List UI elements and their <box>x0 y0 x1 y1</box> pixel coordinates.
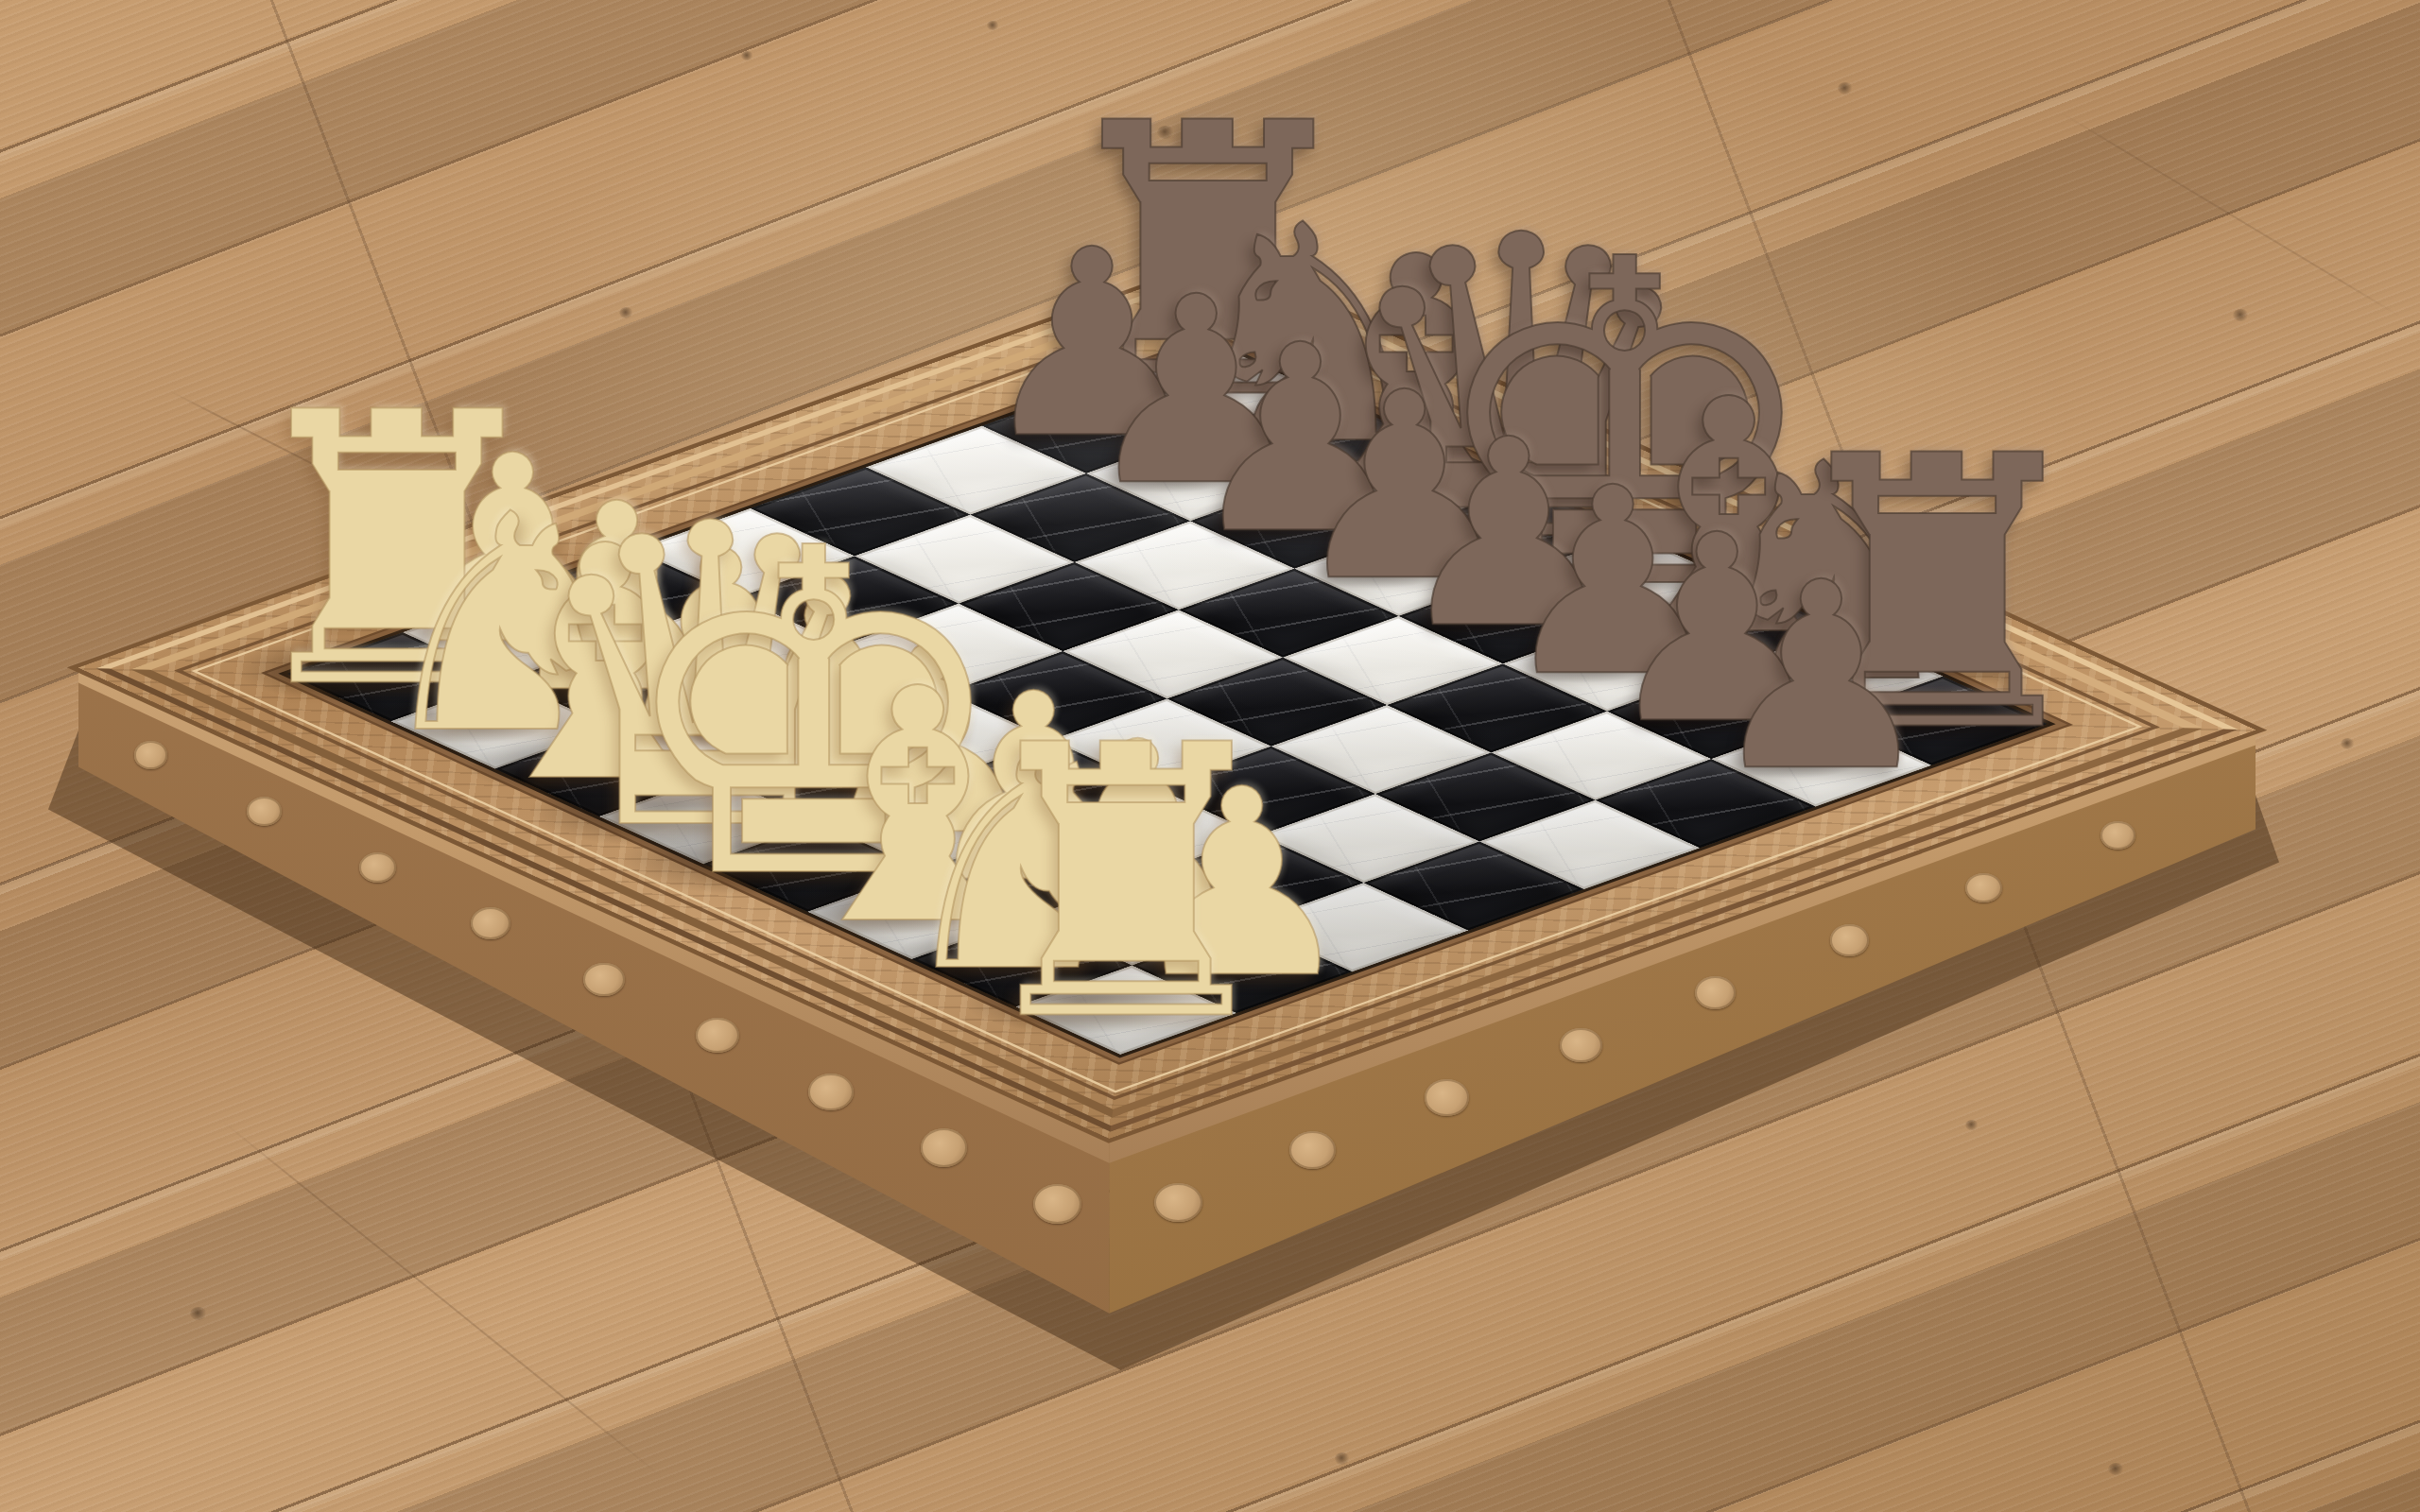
floor-knot <box>2341 738 2355 749</box>
dowel-inlay <box>1289 1131 1336 1169</box>
dowel-inlay <box>247 797 282 826</box>
floor-knot <box>1335 1452 1350 1465</box>
floor-knot <box>619 307 633 318</box>
floor-knot <box>987 21 999 30</box>
dowel-inlay <box>696 1018 738 1053</box>
black-pawn[interactable]: ♟ <box>1705 548 1937 806</box>
floor-knot <box>741 51 753 60</box>
floor-knot <box>1838 82 1853 94</box>
floor-knot <box>2233 309 2249 322</box>
dowel-inlay <box>2100 821 2135 850</box>
dowel-inlay <box>1560 1028 1602 1063</box>
dowel-inlay <box>1033 1184 1081 1224</box>
dowel-inlay <box>1830 924 1869 955</box>
dowel-inlay <box>1425 1079 1469 1115</box>
dowel-inlay <box>1154 1183 1202 1223</box>
dowel-inlay <box>359 852 396 883</box>
dowel-inlay <box>1965 873 2001 903</box>
dowel-inlay <box>808 1074 853 1110</box>
floor-knot <box>2108 1463 2124 1476</box>
dowel-inlay <box>134 741 167 768</box>
dowel-inlay <box>1695 976 1736 1009</box>
dowel-inlay <box>921 1128 967 1166</box>
white-rook[interactable]: ♜ <box>958 696 1294 1072</box>
dowel-inlay <box>471 907 510 939</box>
